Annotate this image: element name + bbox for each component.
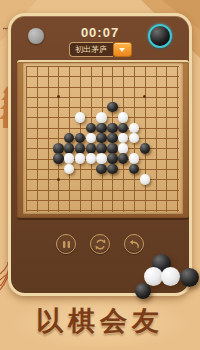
stone-white: [75, 112, 86, 123]
pause-icon: [60, 238, 73, 251]
controls-bar: [11, 234, 189, 254]
stone-white: [86, 153, 97, 164]
stone-black: [107, 143, 118, 154]
undo-button[interactable]: [124, 234, 144, 254]
stone-black: [96, 123, 107, 134]
stone-black: [107, 164, 118, 175]
stone-black: [75, 143, 86, 154]
game-panel: 00:07 初出茅庐: [8, 13, 192, 296]
level-dropdown[interactable]: 初出茅庐: [11, 42, 189, 57]
dropdown-arrow-button[interactable]: [113, 42, 132, 57]
stone-black: [86, 143, 97, 154]
stone-white: [140, 174, 151, 185]
stone-black: [107, 102, 118, 113]
chevron-down-icon: [119, 48, 125, 52]
restart-button[interactable]: [90, 234, 110, 254]
star-point: [57, 178, 60, 181]
stone-black: [96, 143, 107, 154]
page-title: 以棋会友: [0, 303, 200, 339]
stone-black: [107, 123, 118, 134]
stone-black: [96, 164, 107, 175]
stone-black: [64, 143, 75, 154]
stone-black: [53, 153, 64, 164]
app-background: { "game": "gomoku (five-in-a-row), 15x15…: [0, 0, 200, 350]
decor-stone-black-2: [180, 268, 199, 287]
pause-button[interactable]: [56, 234, 76, 254]
stone-white: [96, 153, 107, 164]
decor-stone-black-3: [135, 283, 151, 299]
stone-black: [86, 123, 97, 134]
game-board-frame: [17, 60, 189, 220]
game-board[interactable]: [23, 63, 183, 214]
restart-icon: [94, 238, 107, 251]
stone-black: [140, 143, 151, 154]
decor-stone-white-2: [161, 267, 180, 286]
undo-icon: [128, 238, 141, 251]
stone-white: [118, 143, 129, 154]
stone-black: [107, 133, 118, 144]
stone-black: [53, 143, 64, 154]
level-dropdown-label[interactable]: 初出茅庐: [69, 42, 113, 57]
stone-black: [107, 153, 118, 164]
stone-white: [96, 112, 107, 123]
